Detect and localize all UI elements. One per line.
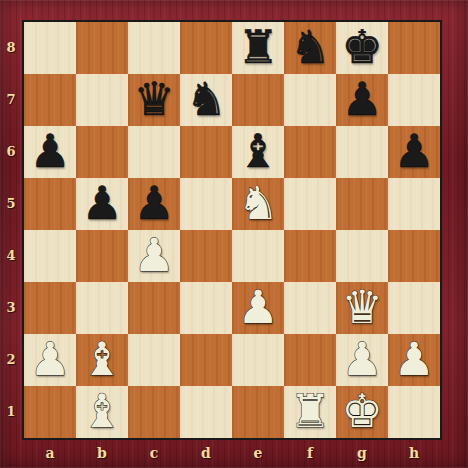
square-e4[interactable]	[232, 230, 284, 282]
chess-board: ♜♞♚♛♞♟♟♝♟♟♟♞♟♟♛♟♝♟♟♝♜♚	[22, 20, 442, 440]
square-d6[interactable]	[180, 126, 232, 178]
square-a1[interactable]	[24, 386, 76, 438]
square-a6[interactable]: ♟	[24, 126, 76, 178]
black-queen-c7[interactable]: ♛	[128, 74, 180, 126]
square-d8[interactable]	[180, 22, 232, 74]
square-d2[interactable]	[180, 334, 232, 386]
square-f7[interactable]	[284, 74, 336, 126]
file-label-d: d	[180, 441, 232, 467]
square-g7[interactable]: ♟	[336, 74, 388, 126]
square-g5[interactable]	[336, 178, 388, 230]
square-h8[interactable]	[388, 22, 440, 74]
rank-label-2: 2	[0, 334, 22, 386]
black-pawn-c5[interactable]: ♟	[128, 178, 180, 230]
square-f1[interactable]: ♜	[284, 386, 336, 438]
square-h5[interactable]	[388, 178, 440, 230]
white-pawn-c4[interactable]: ♟	[128, 230, 180, 282]
file-label-a: a	[24, 441, 76, 467]
square-f8[interactable]: ♞	[284, 22, 336, 74]
file-label-b: b	[76, 441, 128, 467]
black-knight-f8[interactable]: ♞	[284, 22, 336, 74]
square-e6[interactable]: ♝	[232, 126, 284, 178]
square-e2[interactable]	[232, 334, 284, 386]
white-pawn-g2[interactable]: ♟	[336, 334, 388, 386]
rank-label-3: 3	[0, 282, 22, 334]
black-pawn-h6[interactable]: ♟	[388, 126, 440, 178]
square-g3[interactable]: ♛	[336, 282, 388, 334]
rank-label-8: 8	[0, 22, 22, 74]
chess-board-frame: 87654321 ♜♞♚♛♞♟♟♝♟♟♟♞♟♟♛♟♝♟♟♝♜♚ abcdefgh	[0, 0, 468, 468]
file-label-c: c	[128, 441, 180, 467]
file-label-h: h	[388, 441, 440, 467]
square-h4[interactable]	[388, 230, 440, 282]
square-e3[interactable]: ♟	[232, 282, 284, 334]
black-king-g8[interactable]: ♚	[336, 22, 388, 74]
black-pawn-a6[interactable]: ♟	[24, 126, 76, 178]
square-f5[interactable]	[284, 178, 336, 230]
rank-labels: 87654321	[0, 22, 22, 438]
square-g1[interactable]: ♚	[336, 386, 388, 438]
square-a4[interactable]	[24, 230, 76, 282]
square-e5[interactable]: ♞	[232, 178, 284, 230]
white-rook-f1[interactable]: ♜	[284, 386, 336, 438]
square-d3[interactable]	[180, 282, 232, 334]
square-f2[interactable]	[284, 334, 336, 386]
square-h3[interactable]	[388, 282, 440, 334]
square-g6[interactable]	[336, 126, 388, 178]
black-rook-e8[interactable]: ♜	[232, 22, 284, 74]
file-label-g: g	[336, 441, 388, 467]
square-e8[interactable]: ♜	[232, 22, 284, 74]
square-c4[interactable]: ♟	[128, 230, 180, 282]
white-queen-g3[interactable]: ♛	[336, 282, 388, 334]
square-f4[interactable]	[284, 230, 336, 282]
file-label-f: f	[284, 441, 336, 467]
white-bishop-b1[interactable]: ♝	[76, 386, 128, 438]
square-c6[interactable]	[128, 126, 180, 178]
square-f6[interactable]	[284, 126, 336, 178]
square-d4[interactable]	[180, 230, 232, 282]
square-d1[interactable]	[180, 386, 232, 438]
white-bishop-b2[interactable]: ♝	[76, 334, 128, 386]
square-c7[interactable]: ♛	[128, 74, 180, 126]
square-h1[interactable]	[388, 386, 440, 438]
square-c8[interactable]	[128, 22, 180, 74]
square-h2[interactable]: ♟	[388, 334, 440, 386]
square-e7[interactable]	[232, 74, 284, 126]
square-g4[interactable]	[336, 230, 388, 282]
square-a2[interactable]: ♟	[24, 334, 76, 386]
file-label-e: e	[232, 441, 284, 467]
square-b1[interactable]: ♝	[76, 386, 128, 438]
white-pawn-h2[interactable]: ♟	[388, 334, 440, 386]
square-b2[interactable]: ♝	[76, 334, 128, 386]
white-knight-e5[interactable]: ♞	[232, 178, 284, 230]
square-b3[interactable]	[76, 282, 128, 334]
square-h6[interactable]: ♟	[388, 126, 440, 178]
square-d5[interactable]	[180, 178, 232, 230]
rank-label-4: 4	[0, 230, 22, 282]
square-d7[interactable]: ♞	[180, 74, 232, 126]
black-bishop-e6[interactable]: ♝	[232, 126, 284, 178]
square-a8[interactable]	[24, 22, 76, 74]
square-c3[interactable]	[128, 282, 180, 334]
rank-label-1: 1	[0, 386, 22, 438]
square-b5[interactable]: ♟	[76, 178, 128, 230]
square-g8[interactable]: ♚	[336, 22, 388, 74]
square-f3[interactable]	[284, 282, 336, 334]
rank-label-6: 6	[0, 126, 22, 178]
square-b4[interactable]	[76, 230, 128, 282]
square-a7[interactable]	[24, 74, 76, 126]
square-c2[interactable]	[128, 334, 180, 386]
white-pawn-e3[interactable]: ♟	[232, 282, 284, 334]
square-b8[interactable]	[76, 22, 128, 74]
square-e1[interactable]	[232, 386, 284, 438]
square-c1[interactable]	[128, 386, 180, 438]
black-pawn-b5[interactable]: ♟	[76, 178, 128, 230]
square-b6[interactable]	[76, 126, 128, 178]
square-g2[interactable]: ♟	[336, 334, 388, 386]
square-c5[interactable]: ♟	[128, 178, 180, 230]
black-pawn-g7[interactable]: ♟	[336, 74, 388, 126]
square-b7[interactable]	[76, 74, 128, 126]
square-a5[interactable]	[24, 178, 76, 230]
square-h7[interactable]	[388, 74, 440, 126]
rank-label-5: 5	[0, 178, 22, 230]
black-knight-d7[interactable]: ♞	[180, 74, 232, 126]
white-king-g1[interactable]: ♚	[336, 386, 388, 438]
file-labels: abcdefgh	[24, 441, 440, 467]
white-pawn-a2[interactable]: ♟	[24, 334, 76, 386]
rank-label-7: 7	[0, 74, 22, 126]
square-a3[interactable]	[24, 282, 76, 334]
